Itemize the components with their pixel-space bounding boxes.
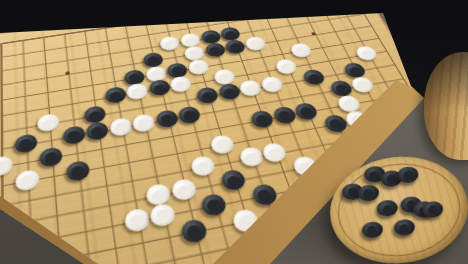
stone-glyph: ● [43, 148, 60, 166]
stone-glyph: ● [107, 88, 123, 103]
stone-glyph: ● [358, 47, 377, 60]
stone-glyph: ● [87, 107, 103, 123]
stone-glyph: ● [145, 53, 161, 66]
stone-glyph: ● [169, 63, 185, 77]
stone-glyph: ● [278, 60, 296, 74]
stone-glyph: ● [41, 115, 57, 131]
stone-glyph: ● [199, 88, 216, 103]
stone-glyph: ● [203, 31, 219, 43]
stone-glyph: ● [207, 43, 223, 56]
black-stone-on-lid[interactable]: ● [361, 221, 384, 239]
stone-glyph: ● [381, 201, 394, 215]
stone-glyph: ● [353, 78, 372, 92]
stone-glyph: ● [173, 77, 190, 91]
stone-glyph: ● [89, 123, 106, 139]
stone-glyph: ● [18, 135, 34, 152]
stone-glyph: ● [222, 28, 238, 40]
stone-glyph: ● [204, 195, 224, 215]
stone-glyph: ● [19, 171, 36, 190]
stone-glyph: ● [69, 161, 86, 179]
stone-glyph: ● [162, 37, 178, 50]
stone-glyph: ● [362, 186, 375, 200]
stone-glyph: ● [339, 96, 359, 111]
stone-glyph: ● [253, 111, 272, 127]
stone-glyph: ● [242, 81, 260, 96]
stone-glyph: ● [247, 37, 264, 50]
stone-glyph: ● [149, 185, 168, 205]
stone-glyph: ● [66, 127, 82, 144]
stone-glyph: ● [130, 84, 146, 99]
stone-glyph: ● [153, 205, 173, 226]
stone-glyph: ● [297, 103, 316, 119]
stone-glyph: ● [216, 70, 233, 84]
stone-glyph: ● [398, 221, 411, 235]
stone-glyph: ● [223, 171, 243, 190]
stone-glyph: ● [213, 136, 232, 153]
stone-glyph: ● [220, 85, 238, 100]
stone-glyph: ● [241, 148, 261, 166]
stone-glyph: ● [112, 119, 129, 135]
stone-glyph: ● [183, 34, 199, 47]
stone-glyph: ● [325, 115, 345, 131]
stone-glyph: ● [183, 220, 204, 241]
stone-glyph: ● [332, 81, 351, 96]
stone-glyph: ● [136, 115, 153, 131]
stone-glyph: ● [366, 223, 379, 237]
stone-glyph: ● [263, 77, 281, 91]
stone-glyph: ● [158, 111, 175, 127]
stone-glyph: ● [427, 202, 440, 216]
scene: ●●●●●●●●●●●●●●●●●●●●●●●●●●●●●●●●●●●●●●●●… [0, 0, 468, 264]
stone-glyph: ● [181, 107, 199, 123]
stone-glyph: ● [151, 81, 168, 96]
black-stone-on-lid[interactable]: ● [357, 184, 380, 202]
black-stone-on-lid[interactable]: ● [397, 166, 420, 184]
black-stone-on-lid[interactable]: ● [393, 219, 416, 237]
black-stone-on-lid[interactable]: ● [376, 199, 399, 217]
stone-glyph: ● [368, 167, 381, 181]
stone-glyph: ● [254, 185, 275, 205]
stone-glyph: ● [194, 157, 213, 175]
stone-glyph: ● [127, 210, 146, 231]
stone-glyph: ● [190, 60, 207, 74]
stone-glyph: ● [227, 40, 244, 53]
stone-glyph: ● [265, 144, 285, 161]
stone-glyph: ● [174, 180, 193, 199]
stone-glyph: ● [127, 70, 143, 84]
stone-glyph: ● [186, 47, 202, 60]
stone-glyph: ● [292, 44, 310, 57]
stone-glyph: ● [148, 67, 164, 81]
stone-glyph: ● [345, 64, 364, 78]
stone-glyph: ● [304, 70, 323, 84]
stone-glyph: ● [402, 168, 415, 182]
stone-glyph: ● [385, 172, 398, 186]
stone-glyph: ● [275, 107, 294, 123]
stone-glyph: ● [0, 157, 9, 175]
black-stone-on-lid[interactable]: ● [422, 200, 445, 218]
